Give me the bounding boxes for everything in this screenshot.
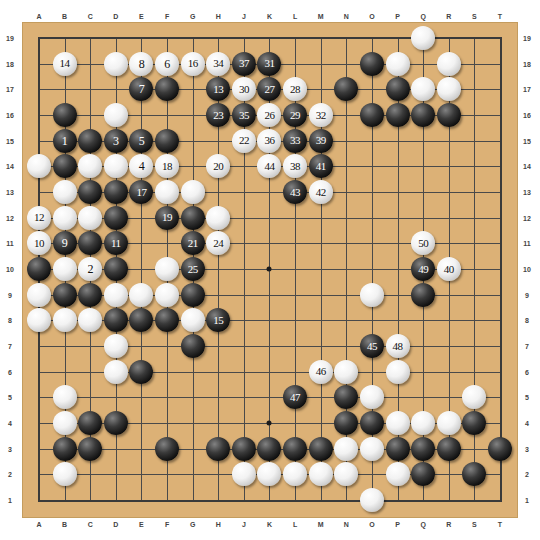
move-number: 48	[393, 341, 403, 352]
stone-black: 3	[104, 129, 128, 153]
column-label-bottom: E	[139, 521, 144, 528]
stone-white	[360, 283, 384, 307]
move-number: 8	[139, 58, 145, 70]
column-label-bottom: D	[113, 521, 118, 528]
column-label-bottom: O	[369, 521, 374, 528]
column-label-bottom: M	[318, 521, 324, 528]
stone-white	[53, 308, 77, 332]
row-label-left: 15	[6, 137, 14, 144]
stone-white	[104, 154, 128, 178]
stone-white	[437, 77, 461, 101]
stone-white	[411, 411, 435, 435]
move-number: 21	[188, 238, 198, 249]
stone-white	[53, 206, 77, 230]
move-number: 33	[290, 135, 300, 146]
column-label-bottom: Q	[420, 521, 425, 528]
stone-black: 45	[360, 334, 384, 358]
move-number: 39	[316, 135, 326, 146]
row-label-right: 6	[525, 368, 529, 375]
move-number: 30	[239, 84, 249, 95]
stone-white	[27, 283, 51, 307]
stone-black	[129, 308, 153, 332]
stone-black	[309, 437, 333, 461]
column-label-bottom: C	[88, 521, 93, 528]
row-label-right: 4	[525, 420, 529, 427]
stone-black: 35	[232, 103, 256, 127]
stone-black	[334, 385, 358, 409]
column-label-top: O	[369, 13, 374, 20]
column-label-bottom: N	[344, 521, 349, 528]
stone-black	[104, 206, 128, 230]
stone-black	[411, 283, 435, 307]
stone-white	[155, 257, 179, 281]
column-label-top: P	[395, 13, 400, 20]
stone-black	[78, 231, 102, 255]
move-number: 42	[316, 187, 326, 198]
column-label-bottom: T	[498, 521, 502, 528]
row-label-left: 19	[6, 35, 14, 42]
stone-black	[437, 437, 461, 461]
stone-black	[334, 411, 358, 435]
column-label-top: M	[318, 13, 324, 20]
row-label-left: 17	[6, 86, 14, 93]
move-number: 41	[316, 161, 326, 172]
stone-white	[360, 437, 384, 461]
column-label-bottom: P	[395, 521, 400, 528]
stone-black	[488, 437, 512, 461]
row-label-left: 7	[8, 343, 12, 350]
row-label-left: 3	[8, 445, 12, 452]
stone-white: 42	[309, 180, 333, 204]
column-label-top: G	[190, 13, 195, 20]
stone-white	[155, 180, 179, 204]
stone-black	[360, 52, 384, 76]
stone-white: 6	[155, 52, 179, 76]
stone-white	[437, 411, 461, 435]
stone-white	[78, 154, 102, 178]
stone-white	[283, 462, 307, 486]
column-label-top: N	[344, 13, 349, 20]
stone-white: 36	[257, 129, 281, 153]
stone-black	[181, 283, 205, 307]
row-label-left: 9	[8, 291, 12, 298]
stone-black	[104, 180, 128, 204]
stone-white: 44	[257, 154, 281, 178]
stone-white: 40	[437, 257, 461, 281]
stone-black: 9	[53, 231, 77, 255]
stone-black	[206, 437, 230, 461]
column-label-top: K	[267, 13, 272, 20]
move-number: 23	[213, 110, 223, 121]
stone-black	[462, 411, 486, 435]
stone-black	[53, 283, 77, 307]
stone-black	[155, 437, 179, 461]
row-label-right: 3	[525, 445, 529, 452]
stone-white	[334, 437, 358, 461]
row-label-left: 18	[6, 60, 14, 67]
stone-white	[104, 103, 128, 127]
column-label-top: F	[165, 13, 169, 20]
row-label-left: 6	[8, 368, 12, 375]
stone-white	[360, 385, 384, 409]
stone-black	[360, 411, 384, 435]
stone-black: 7	[129, 77, 153, 101]
stone-black: 47	[283, 385, 307, 409]
stone-white	[334, 360, 358, 384]
stone-black	[155, 77, 179, 101]
move-number: 38	[290, 161, 300, 172]
column-label-top: D	[113, 13, 118, 20]
stone-white	[78, 308, 102, 332]
stone-white: 32	[309, 103, 333, 127]
stone-black: 13	[206, 77, 230, 101]
stone-white: 46	[309, 360, 333, 384]
column-label-bottom: B	[62, 521, 67, 528]
move-number: 3	[113, 135, 119, 147]
row-label-right: 11	[523, 240, 530, 247]
stone-black: 29	[283, 103, 307, 127]
row-label-left: 4	[8, 420, 12, 427]
stone-white: 38	[283, 154, 307, 178]
stone-black: 19	[155, 206, 179, 230]
stone-white	[78, 206, 102, 230]
stone-white	[104, 283, 128, 307]
stone-black	[360, 103, 384, 127]
stone-black: 15	[206, 308, 230, 332]
go-board-page: AABBCCDDEEFFGGHHJJKKLLMMNNOOPPQQRRSSTT19…	[0, 0, 540, 540]
stone-white: 30	[232, 77, 256, 101]
stone-white: 28	[283, 77, 307, 101]
column-label-top: L	[293, 13, 297, 20]
stone-black: 27	[257, 77, 281, 101]
stone-white	[386, 360, 410, 384]
column-label-top: S	[472, 13, 477, 20]
row-label-left: 2	[8, 471, 12, 478]
star-point	[267, 421, 272, 426]
stone-black	[104, 411, 128, 435]
row-label-right: 14	[523, 163, 531, 170]
move-number: 28	[290, 84, 300, 95]
stone-white	[257, 462, 281, 486]
stone-white: 12	[27, 206, 51, 230]
column-label-bottom: K	[267, 521, 272, 528]
move-number: 17	[136, 187, 146, 198]
row-label-right: 19	[523, 35, 531, 42]
stone-white: 20	[206, 154, 230, 178]
move-number: 37	[239, 58, 249, 69]
stone-black: 43	[283, 180, 307, 204]
stone-black: 23	[206, 103, 230, 127]
stone-white	[181, 308, 205, 332]
move-number: 25	[188, 264, 198, 275]
stone-black: 1	[53, 129, 77, 153]
move-number: 18	[162, 161, 172, 172]
stone-black	[104, 308, 128, 332]
move-number: 35	[239, 110, 249, 121]
stone-black	[27, 257, 51, 281]
row-label-right: 17	[523, 86, 531, 93]
move-number: 4	[139, 160, 145, 172]
stone-white	[386, 52, 410, 76]
row-label-left: 16	[6, 112, 14, 119]
column-label-bottom: G	[190, 521, 195, 528]
stone-black: 33	[283, 129, 307, 153]
row-label-left: 12	[6, 214, 14, 221]
stone-white	[411, 77, 435, 101]
row-label-right: 5	[525, 394, 529, 401]
stone-black: 5	[129, 129, 153, 153]
stone-black	[78, 129, 102, 153]
stone-black	[386, 437, 410, 461]
stone-white: 22	[232, 129, 256, 153]
column-label-bottom: R	[446, 521, 451, 528]
stone-black	[411, 462, 435, 486]
stone-white	[129, 283, 153, 307]
stone-black: 37	[232, 52, 256, 76]
row-label-right: 8	[525, 317, 529, 324]
stone-white	[206, 206, 230, 230]
stone-black: 21	[181, 231, 205, 255]
stone-white	[411, 26, 435, 50]
stone-black	[334, 77, 358, 101]
stone-black: 49	[411, 257, 435, 281]
star-point	[267, 267, 272, 272]
move-number: 19	[162, 212, 172, 223]
move-number: 11	[111, 238, 121, 249]
stone-black	[53, 103, 77, 127]
stone-black	[386, 103, 410, 127]
stone-white: 8	[129, 52, 153, 76]
stone-white	[309, 462, 333, 486]
move-number: 10	[34, 238, 44, 249]
row-label-left: 13	[6, 189, 14, 196]
row-label-right: 13	[523, 189, 531, 196]
row-label-right: 9	[525, 291, 529, 298]
move-number: 45	[367, 341, 377, 352]
stone-white: 16	[181, 52, 205, 76]
column-label-bottom: J	[242, 521, 246, 528]
stone-white	[53, 385, 77, 409]
stone-black	[155, 129, 179, 153]
stone-white	[104, 334, 128, 358]
column-label-top: R	[446, 13, 451, 20]
move-number: 13	[213, 84, 223, 95]
stone-black	[283, 437, 307, 461]
stone-white	[181, 180, 205, 204]
move-number: 14	[60, 58, 70, 69]
row-label-left: 11	[6, 240, 13, 247]
stone-black	[53, 154, 77, 178]
stone-white	[53, 180, 77, 204]
move-number: 34	[213, 58, 223, 69]
stone-white	[232, 462, 256, 486]
column-label-top: Q	[420, 13, 425, 20]
column-label-top: C	[88, 13, 93, 20]
row-label-left: 10	[6, 266, 14, 273]
row-label-right: 15	[523, 137, 531, 144]
stone-white	[437, 52, 461, 76]
column-label-top: A	[36, 13, 41, 20]
stone-white	[386, 411, 410, 435]
move-number: 9	[62, 237, 68, 249]
row-label-left: 14	[6, 163, 14, 170]
stone-black: 17	[129, 180, 153, 204]
row-label-left: 5	[8, 394, 12, 401]
move-number: 12	[34, 212, 44, 223]
move-number: 22	[239, 135, 249, 146]
stone-white: 26	[257, 103, 281, 127]
stone-white: 18	[155, 154, 179, 178]
stone-black	[181, 206, 205, 230]
move-number: 29	[290, 110, 300, 121]
move-number: 1	[62, 135, 68, 147]
move-number: 7	[139, 83, 145, 95]
move-number: 15	[213, 315, 223, 326]
move-number: 32	[316, 110, 326, 121]
column-label-bottom: F	[165, 521, 169, 528]
column-label-bottom: A	[36, 521, 41, 528]
stone-white	[360, 488, 384, 512]
row-label-right: 10	[523, 266, 531, 273]
move-number: 26	[264, 110, 274, 121]
stone-black	[155, 308, 179, 332]
stone-black	[78, 180, 102, 204]
move-number: 44	[264, 161, 274, 172]
stone-black	[411, 103, 435, 127]
stone-white	[53, 257, 77, 281]
row-label-right: 16	[523, 112, 531, 119]
column-label-top: J	[242, 13, 246, 20]
row-label-left: 8	[8, 317, 12, 324]
stone-white: 34	[206, 52, 230, 76]
stone-white	[27, 308, 51, 332]
column-label-top: E	[139, 13, 144, 20]
stone-black	[411, 437, 435, 461]
stone-black	[104, 257, 128, 281]
stone-black	[53, 437, 77, 461]
column-label-bottom: L	[293, 521, 297, 528]
move-number: 2	[87, 263, 93, 275]
row-label-right: 18	[523, 60, 531, 67]
move-number: 16	[188, 58, 198, 69]
stone-black: 31	[257, 52, 281, 76]
stone-white	[462, 385, 486, 409]
move-number: 43	[290, 187, 300, 198]
stone-white	[104, 52, 128, 76]
stone-white: 48	[386, 334, 410, 358]
move-number: 6	[164, 58, 170, 70]
stone-white	[104, 360, 128, 384]
row-label-right: 7	[525, 343, 529, 350]
stone-white: 14	[53, 52, 77, 76]
move-number: 46	[316, 366, 326, 377]
stone-black	[129, 360, 153, 384]
move-number: 24	[213, 238, 223, 249]
move-number: 31	[264, 58, 274, 69]
row-label-right: 12	[523, 214, 531, 221]
stone-black: 41	[309, 154, 333, 178]
stone-black	[257, 437, 281, 461]
stone-white	[53, 411, 77, 435]
column-label-top: T	[498, 13, 502, 20]
move-number: 40	[444, 264, 454, 275]
move-number: 36	[264, 135, 274, 146]
stone-black: 25	[181, 257, 205, 281]
row-label-right: 1	[525, 497, 529, 504]
column-label-bottom: H	[216, 521, 221, 528]
stone-white	[53, 462, 77, 486]
row-label-left: 1	[8, 497, 12, 504]
move-number: 20	[213, 161, 223, 172]
stone-black	[78, 283, 102, 307]
stone-white	[155, 283, 179, 307]
stone-white: 10	[27, 231, 51, 255]
row-label-right: 2	[525, 471, 529, 478]
column-label-top: B	[62, 13, 67, 20]
move-number: 5	[139, 135, 145, 147]
stone-white: 50	[411, 231, 435, 255]
column-label-bottom: S	[472, 521, 477, 528]
stone-white: 24	[206, 231, 230, 255]
stone-black	[181, 334, 205, 358]
stone-white	[334, 462, 358, 486]
column-label-top: H	[216, 13, 221, 20]
move-number: 27	[264, 84, 274, 95]
stone-white	[27, 154, 51, 178]
move-number: 50	[418, 238, 428, 249]
move-number: 49	[418, 264, 428, 275]
stone-black	[437, 103, 461, 127]
stone-black	[232, 437, 256, 461]
stone-white	[386, 462, 410, 486]
stone-black: 39	[309, 129, 333, 153]
stone-white: 2	[78, 257, 102, 281]
stone-black: 11	[104, 231, 128, 255]
stone-black	[78, 411, 102, 435]
move-number: 47	[290, 392, 300, 403]
stone-black	[386, 77, 410, 101]
stone-black	[78, 437, 102, 461]
stone-white: 4	[129, 154, 153, 178]
stone-black	[462, 462, 486, 486]
